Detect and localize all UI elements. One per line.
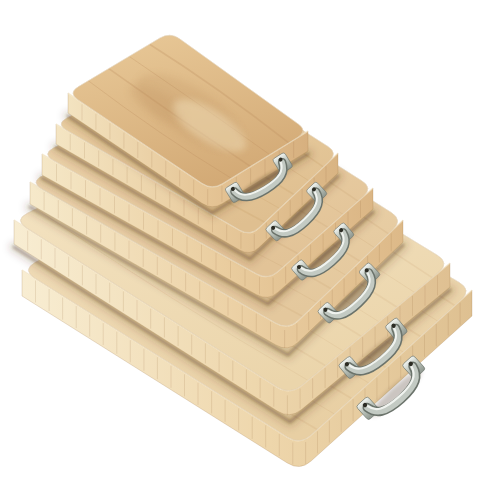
board-stack xyxy=(14,35,472,466)
product-photo: Six stacked wooden chopping boards with … xyxy=(0,0,500,500)
chopping-board-stack-illustration: Six stacked wooden chopping boards with … xyxy=(0,0,500,500)
